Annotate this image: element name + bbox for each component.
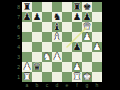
square-a7[interactable]: ♟ [22, 12, 32, 22]
rank-label-3: 3 [13, 52, 21, 62]
square-e2[interactable] [62, 62, 72, 72]
square-e3[interactable] [62, 52, 72, 62]
black-pawn: ♟ [73, 42, 82, 52]
square-c1[interactable] [42, 72, 52, 82]
square-f1[interactable]: ♜ [72, 72, 82, 82]
black-pawn: ♟ [33, 12, 42, 22]
file-label-c: c [42, 82, 52, 90]
white-pawn: ♟ [83, 32, 92, 42]
white-knight: ♞ [43, 52, 52, 62]
square-g1[interactable]: ♚ [82, 72, 92, 82]
rank-label-4: 4 [13, 42, 21, 52]
square-h2[interactable] [92, 62, 102, 72]
square-e8[interactable] [62, 2, 72, 12]
square-h5[interactable] [92, 32, 102, 42]
square-e4[interactable] [62, 42, 72, 52]
square-h8[interactable] [92, 2, 102, 12]
square-h7[interactable] [92, 12, 102, 22]
square-g5[interactable]: ♟ [82, 32, 92, 42]
rank-label-2: 2 [13, 62, 21, 72]
square-h6[interactable] [92, 22, 102, 32]
square-d7[interactable]: ♞ [52, 12, 62, 22]
square-d6[interactable]: ♝ [52, 22, 62, 32]
square-b3[interactable] [32, 52, 42, 62]
square-d5[interactable]: ♝ [52, 32, 62, 42]
square-f8[interactable]: ♜ [72, 2, 82, 12]
black-rook: ♜ [73, 2, 82, 12]
square-d2[interactable] [52, 62, 62, 72]
rank-label-5: 5 [13, 32, 21, 42]
square-c3[interactable]: ♞ [42, 52, 52, 62]
black-queen: ♛ [33, 62, 42, 72]
square-b5[interactable] [32, 32, 42, 42]
square-a3[interactable] [22, 52, 32, 62]
black-king: ♚ [83, 2, 92, 12]
white-pawn: ♟ [23, 62, 32, 72]
rank-coordinates: 87654321 [13, 2, 21, 82]
square-h3[interactable] [92, 52, 102, 62]
black-pawn: ♟ [23, 12, 32, 22]
square-a2[interactable]: ♟ [22, 62, 32, 72]
white-pawn: ♟ [73, 62, 82, 72]
square-f3[interactable] [72, 52, 82, 62]
file-label-e: e [62, 82, 72, 90]
white-pawn: ♟ [93, 42, 102, 52]
black-knight: ♞ [53, 12, 62, 22]
square-g4[interactable] [82, 42, 92, 52]
square-c4[interactable] [42, 42, 52, 52]
black-pawn: ♟ [83, 12, 92, 22]
square-c5[interactable] [42, 32, 52, 42]
square-f6[interactable] [72, 22, 82, 32]
file-label-a: a [22, 82, 32, 90]
square-b8[interactable] [32, 2, 42, 12]
rank-label-7: 7 [13, 12, 21, 22]
white-queen: ♛ [83, 22, 92, 32]
square-d8[interactable] [52, 2, 62, 12]
square-a8[interactable]: ♜ [22, 2, 32, 12]
square-h1[interactable] [92, 72, 102, 82]
file-label-g: g [82, 82, 92, 90]
square-a6[interactable] [22, 22, 32, 32]
square-g2[interactable] [82, 62, 92, 72]
square-c2[interactable] [42, 62, 52, 72]
square-b4[interactable] [32, 42, 42, 52]
square-b2[interactable]: ♛ [32, 62, 42, 72]
square-f2[interactable]: ♟ [72, 62, 82, 72]
white-rook: ♜ [23, 72, 32, 82]
file-label-d: d [52, 82, 62, 90]
black-pawn: ♟ [73, 12, 82, 22]
square-g8[interactable]: ♚ [82, 2, 92, 12]
square-e6[interactable] [62, 22, 72, 32]
square-f4[interactable]: ♟ [72, 42, 82, 52]
square-d3[interactable]: ♟ [52, 52, 62, 62]
white-king: ♚ [83, 72, 92, 82]
square-c6[interactable] [42, 22, 52, 32]
chess-board: ♜♜♚♟♟♞♟♟♝♛♝♟♟♟♞♟♟♛♟♜♜♚ [22, 2, 102, 82]
rank-label-6: 6 [13, 22, 21, 32]
white-rook: ♜ [73, 72, 82, 82]
square-g3[interactable] [82, 52, 92, 62]
square-c8[interactable] [42, 2, 52, 12]
square-e1[interactable] [62, 72, 72, 82]
square-d4[interactable] [52, 42, 62, 52]
square-f7[interactable]: ♟ [72, 12, 82, 22]
white-pawn: ♟ [53, 52, 62, 62]
file-label-h: h [92, 82, 102, 90]
square-e7[interactable] [62, 12, 72, 22]
rank-label-8: 8 [13, 2, 21, 12]
rank-label-1: 1 [13, 72, 21, 82]
square-b1[interactable] [32, 72, 42, 82]
square-f5[interactable] [72, 32, 82, 42]
square-a5[interactable] [22, 32, 32, 42]
square-b7[interactable]: ♟ [32, 12, 42, 22]
white-bishop: ♝ [53, 32, 62, 42]
black-bishop: ♝ [53, 22, 62, 32]
square-a1[interactable]: ♜ [22, 72, 32, 82]
black-rook: ♜ [23, 2, 32, 12]
square-b6[interactable] [32, 22, 42, 32]
square-a4[interactable] [22, 42, 32, 52]
file-coordinates: abcdefgh [22, 82, 102, 90]
square-c7[interactable] [42, 12, 52, 22]
file-label-b: b [32, 82, 42, 90]
square-g6[interactable]: ♛ [82, 22, 92, 32]
square-e5[interactable] [62, 32, 72, 42]
square-h4[interactable]: ♟ [92, 42, 102, 52]
square-d1[interactable] [52, 72, 62, 82]
screenshot-background: ♜♜♚♟♟♞♟♟♝♛♝♟♟♟♞♟♟♛♟♜♜♚ abcdefgh 87654321 [0, 0, 120, 90]
file-label-f: f [72, 82, 82, 90]
square-g7[interactable]: ♟ [82, 12, 92, 22]
